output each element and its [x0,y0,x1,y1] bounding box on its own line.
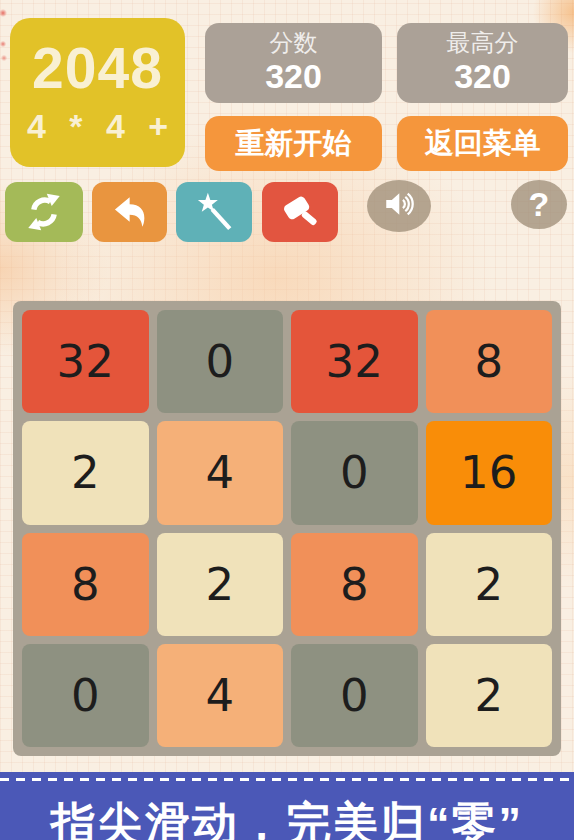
tile-r4c3-0: 0 [291,644,418,747]
tile-r3c1-8: 8 [22,533,149,636]
tile-r4c2-4: 4 [157,644,284,747]
game-screen: { "game": "2048 (4*4+ zero variant)", "p… [0,0,574,840]
footer-slogan: 指尖滑动，完美归“零” [0,794,574,840]
best-score-panel: 最高分 320 [397,23,568,103]
help-button[interactable]: ? [511,180,567,229]
hammer-button[interactable] [262,182,338,242]
best-score-value: 320 [454,57,511,96]
tile-r3c3-8: 8 [291,533,418,636]
dashed-divider [0,778,574,781]
restart-button[interactable]: 重新开始 [205,116,382,171]
logo-title: 2048 [32,40,163,97]
game-logo: 2048 4 * 4 + [10,18,185,167]
logo-subtitle: 4 * 4 + [27,107,175,146]
undo-icon [109,191,151,233]
game-board[interactable]: 3203282401682820402 [13,301,561,756]
footer-banner: 指尖滑动，完美归“零” [0,772,574,840]
tile-r2c1-2: 2 [22,421,149,524]
tile-r1c2-0: 0 [157,310,284,413]
best-score-label: 最高分 [447,30,519,56]
tile-r2c3-0: 0 [291,421,418,524]
score-value: 320 [265,57,322,96]
back-to-menu-button[interactable]: 返回菜单 [397,116,568,171]
tile-r1c4-8: 8 [426,310,553,413]
tile-r4c4-2: 2 [426,644,553,747]
tile-r1c3-32: 32 [291,310,418,413]
refresh-button[interactable] [5,182,83,242]
refresh-icon [23,191,65,233]
tile-r2c2-4: 4 [157,421,284,524]
tile-r3c2-2: 2 [157,533,284,636]
speaker-icon [379,186,419,226]
tile-r4c1-0: 0 [22,644,149,747]
hammer-icon [279,191,321,233]
score-label: 分数 [270,30,318,56]
undo-button[interactable] [92,182,167,242]
tile-r3c4-2: 2 [426,533,553,636]
tile-r2c4-16: 16 [426,421,553,524]
tile-r1c1-32: 32 [22,310,149,413]
question-mark-icon: ? [529,185,550,224]
magic-wand-button[interactable] [176,182,252,242]
sound-button[interactable] [367,180,431,232]
score-panel: 分数 320 [205,23,382,103]
magic-wand-icon [193,191,235,233]
